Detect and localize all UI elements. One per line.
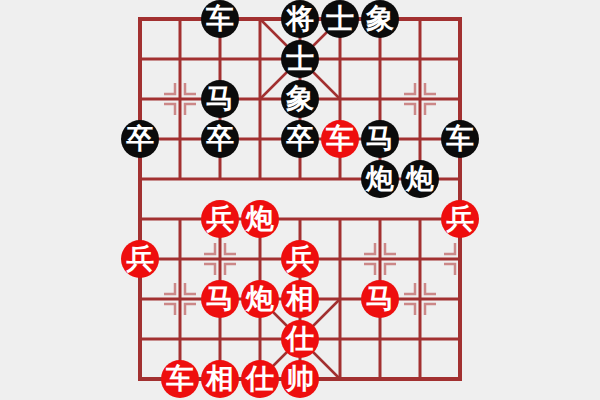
piece-red-cannon[interactable]: 炮: [241, 200, 279, 238]
piece-black-elephant[interactable]: 象: [361, 0, 399, 38]
piece-red-chariot[interactable]: 车: [161, 360, 199, 398]
piece-red-cannon[interactable]: 炮: [241, 280, 279, 318]
piece-black-horse[interactable]: 马: [201, 80, 239, 118]
piece-red-elephant[interactable]: 相: [201, 360, 239, 398]
piece-red-soldier[interactable]: 兵: [121, 240, 159, 278]
piece-black-advisor[interactable]: 士: [321, 0, 359, 38]
piece-red-horse[interactable]: 马: [201, 280, 239, 318]
piece-red-elephant[interactable]: 相: [281, 280, 319, 318]
piece-black-horse[interactable]: 马: [361, 120, 399, 158]
piece-red-soldier[interactable]: 兵: [281, 240, 319, 278]
piece-black-cannon[interactable]: 炮: [361, 160, 399, 198]
piece-red-horse[interactable]: 马: [361, 280, 399, 318]
piece-red-soldier[interactable]: 兵: [201, 200, 239, 238]
piece-red-general[interactable]: 帅: [281, 360, 319, 398]
pieces-layer: 车将士象士马象卒卒卒车马车炮炮兵炮兵兵兵马炮相马仕车相仕帅: [0, 0, 600, 400]
piece-red-soldier[interactable]: 兵: [441, 200, 479, 238]
piece-black-advisor[interactable]: 士: [281, 40, 319, 78]
piece-black-cannon[interactable]: 炮: [401, 160, 439, 198]
piece-black-soldier[interactable]: 卒: [121, 120, 159, 158]
xiangqi-app-screen: 车将士象士马象卒卒卒车马车炮炮兵炮兵兵兵马炮相马仕车相仕帅: [0, 0, 600, 400]
piece-red-advisor[interactable]: 仕: [281, 320, 319, 358]
piece-red-advisor[interactable]: 仕: [241, 360, 279, 398]
piece-black-general[interactable]: 将: [281, 0, 319, 38]
piece-black-chariot[interactable]: 车: [441, 120, 479, 158]
piece-black-soldier[interactable]: 卒: [201, 120, 239, 158]
piece-red-chariot[interactable]: 车: [321, 120, 359, 158]
piece-black-elephant[interactable]: 象: [281, 80, 319, 118]
piece-black-chariot[interactable]: 车: [201, 0, 239, 38]
piece-black-soldier[interactable]: 卒: [281, 120, 319, 158]
